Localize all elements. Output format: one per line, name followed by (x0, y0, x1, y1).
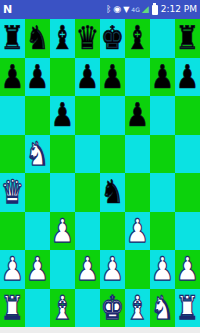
black-pawn: ♟ (126, 99, 149, 132)
square-b8[interactable]: ♞ (25, 19, 50, 58)
square-d2[interactable]: ♟ (75, 250, 100, 289)
square-h5[interactable] (175, 135, 200, 174)
square-e6[interactable] (100, 96, 125, 135)
phone-screen: N ᛒ ◉ ▼ 4G ◢ 2:12 PM ♜♞♝♛♚♝♜♟♟♟♟♟♟♟♟♞♛♞♟… (0, 0, 200, 333)
square-f3[interactable]: ♟ (125, 212, 150, 251)
bluetooth-icon: ᛒ (106, 0, 111, 19)
black-pawn: ♟ (151, 61, 174, 94)
square-c6[interactable]: ♟ (50, 96, 75, 135)
status-bar: N ᛒ ◉ ▼ 4G ◢ 2:12 PM (0, 0, 200, 19)
square-b6[interactable] (25, 96, 50, 135)
square-a3[interactable] (0, 212, 25, 251)
data-saver-icon: ◉ (113, 0, 121, 19)
square-h6[interactable] (175, 96, 200, 135)
square-h8[interactable]: ♜ (175, 19, 200, 58)
white-pawn: ♟ (101, 253, 124, 286)
black-rook: ♜ (176, 22, 199, 55)
square-g5[interactable] (150, 135, 175, 174)
chess-board: ♜♞♝♛♚♝♜♟♟♟♟♟♟♟♟♞♛♞♟♟♟♟♟♟♟♟♜♝♚♝♞♜ (0, 19, 200, 327)
black-knight: ♞ (101, 176, 124, 209)
square-f2[interactable] (125, 250, 150, 289)
white-knight: ♞ (26, 138, 49, 171)
status-time: 2:12 PM (161, 0, 197, 19)
square-a6[interactable] (0, 96, 25, 135)
square-h2[interactable]: ♟ (175, 250, 200, 289)
white-pawn: ♟ (176, 253, 199, 286)
square-d5[interactable] (75, 135, 100, 174)
white-pawn: ♟ (76, 253, 99, 286)
bottom-strip (0, 327, 200, 333)
white-queen: ♛ (1, 176, 24, 209)
square-g1[interactable]: ♞ (150, 289, 175, 328)
square-e7[interactable]: ♟ (100, 58, 125, 97)
square-d1[interactable] (75, 289, 100, 328)
wifi-icon: ▼ (123, 0, 129, 19)
square-f1[interactable]: ♝ (125, 289, 150, 328)
black-pawn: ♟ (1, 61, 24, 94)
square-f4[interactable] (125, 173, 150, 212)
square-d7[interactable]: ♟ (75, 58, 100, 97)
black-pawn: ♟ (51, 99, 74, 132)
square-f8[interactable]: ♝ (125, 19, 150, 58)
square-h1[interactable]: ♜ (175, 289, 200, 328)
square-b3[interactable] (25, 212, 50, 251)
white-rook: ♜ (1, 292, 24, 325)
white-knight: ♞ (151, 292, 174, 325)
square-f5[interactable] (125, 135, 150, 174)
black-bishop: ♝ (126, 22, 149, 55)
square-e4[interactable]: ♞ (100, 173, 125, 212)
square-a2[interactable]: ♟ (0, 250, 25, 289)
square-e2[interactable]: ♟ (100, 250, 125, 289)
square-e8[interactable]: ♚ (100, 19, 125, 58)
status-icons: ᛒ ◉ ▼ 4G ◢ 2:12 PM (106, 0, 197, 19)
square-g4[interactable] (150, 173, 175, 212)
square-f7[interactable] (125, 58, 150, 97)
square-h7[interactable]: ♟ (175, 58, 200, 97)
square-d8[interactable]: ♛ (75, 19, 100, 58)
square-d4[interactable] (75, 173, 100, 212)
square-c8[interactable]: ♝ (50, 19, 75, 58)
white-pawn: ♟ (126, 215, 149, 248)
square-b2[interactable]: ♟ (25, 250, 50, 289)
square-b7[interactable]: ♟ (25, 58, 50, 97)
black-knight: ♞ (26, 22, 49, 55)
square-c5[interactable] (50, 135, 75, 174)
square-a4[interactable]: ♛ (0, 173, 25, 212)
black-bishop: ♝ (51, 22, 74, 55)
square-e5[interactable] (100, 135, 125, 174)
square-e1[interactable]: ♚ (100, 289, 125, 328)
white-pawn: ♟ (26, 253, 49, 286)
square-c3[interactable]: ♟ (50, 212, 75, 251)
black-queen: ♛ (76, 22, 99, 55)
white-king: ♚ (101, 292, 124, 325)
white-pawn: ♟ (51, 215, 74, 248)
square-b1[interactable] (25, 289, 50, 328)
square-a5[interactable] (0, 135, 25, 174)
black-pawn: ♟ (176, 61, 199, 94)
square-a8[interactable]: ♜ (0, 19, 25, 58)
battery-icon (152, 5, 158, 15)
black-pawn: ♟ (76, 61, 99, 94)
square-a7[interactable]: ♟ (0, 58, 25, 97)
square-c4[interactable] (50, 173, 75, 212)
square-b5[interactable]: ♞ (25, 135, 50, 174)
square-c1[interactable]: ♝ (50, 289, 75, 328)
square-g6[interactable] (150, 96, 175, 135)
black-rook: ♜ (1, 22, 24, 55)
white-bishop: ♝ (126, 292, 149, 325)
square-h4[interactable] (175, 173, 200, 212)
white-pawn: ♟ (1, 253, 24, 286)
black-pawn: ♟ (101, 61, 124, 94)
square-d3[interactable] (75, 212, 100, 251)
white-bishop: ♝ (51, 292, 74, 325)
black-king: ♚ (101, 22, 124, 55)
black-pawn: ♟ (26, 61, 49, 94)
square-g3[interactable] (150, 212, 175, 251)
square-a1[interactable]: ♜ (0, 289, 25, 328)
square-g7[interactable]: ♟ (150, 58, 175, 97)
square-b4[interactable] (25, 173, 50, 212)
square-e3[interactable] (100, 212, 125, 251)
square-c2[interactable] (50, 250, 75, 289)
network-type-label: 4G (131, 0, 139, 19)
square-c7[interactable] (50, 58, 75, 97)
square-f6[interactable]: ♟ (125, 96, 150, 135)
square-h3[interactable] (175, 212, 200, 251)
white-rook: ♜ (176, 292, 199, 325)
square-g2[interactable]: ♟ (150, 250, 175, 289)
white-pawn: ♟ (151, 253, 174, 286)
square-d6[interactable] (75, 96, 100, 135)
signal-icon: ◢ (142, 0, 149, 19)
notification-icon: N (3, 0, 12, 19)
square-g8[interactable] (150, 19, 175, 58)
